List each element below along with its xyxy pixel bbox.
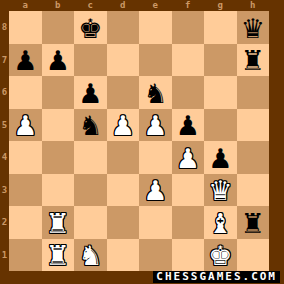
black-king: ♚ xyxy=(78,15,102,42)
square-d1[interactable] xyxy=(107,239,140,272)
file-label-c: c xyxy=(74,0,107,11)
square-f2[interactable] xyxy=(172,206,205,239)
file-label-f: f xyxy=(172,0,205,11)
square-a1[interactable] xyxy=(9,239,42,272)
square-e4[interactable] xyxy=(139,141,172,174)
black-pawn: ♟ xyxy=(46,47,70,74)
square-g6[interactable] xyxy=(204,76,237,109)
square-a5[interactable]: ♟ xyxy=(9,109,42,142)
square-e1[interactable] xyxy=(139,239,172,272)
square-h1[interactable] xyxy=(237,239,270,272)
square-c6[interactable]: ♟ xyxy=(74,76,107,109)
square-d5[interactable]: ♟ xyxy=(107,109,140,142)
square-b1[interactable]: ♜ xyxy=(42,239,75,272)
square-f5[interactable]: ♟ xyxy=(172,109,205,142)
square-h8[interactable]: ♛ xyxy=(237,11,270,44)
square-g1[interactable]: ♚ xyxy=(204,239,237,272)
white-pawn: ♟ xyxy=(143,177,167,204)
square-f7[interactable] xyxy=(172,44,205,77)
square-c4[interactable] xyxy=(74,141,107,174)
square-b6[interactable] xyxy=(42,76,75,109)
white-knight: ♞ xyxy=(78,242,102,269)
square-f1[interactable] xyxy=(172,239,205,272)
square-h3[interactable] xyxy=(237,174,270,207)
square-f8[interactable] xyxy=(172,11,205,44)
white-pawn: ♟ xyxy=(111,112,135,139)
square-d6[interactable] xyxy=(107,76,140,109)
square-e5[interactable]: ♟ xyxy=(139,109,172,142)
square-e8[interactable] xyxy=(139,11,172,44)
square-h4[interactable] xyxy=(237,141,270,174)
rank-label-5: 5 xyxy=(0,109,9,142)
square-g5[interactable] xyxy=(204,109,237,142)
square-f3[interactable] xyxy=(172,174,205,207)
square-d4[interactable] xyxy=(107,141,140,174)
square-h6[interactable] xyxy=(237,76,270,109)
black-pawn: ♟ xyxy=(208,145,232,172)
square-c5[interactable]: ♞ xyxy=(74,109,107,142)
white-pawn: ♟ xyxy=(176,145,200,172)
rank-label-3: 3 xyxy=(0,174,9,207)
white-king: ♚ xyxy=(208,242,232,269)
rank-label-6: 6 xyxy=(0,76,9,109)
square-h7[interactable]: ♜ xyxy=(237,44,270,77)
square-e6[interactable]: ♞ xyxy=(139,76,172,109)
black-pawn: ♟ xyxy=(78,80,102,107)
square-b3[interactable] xyxy=(42,174,75,207)
square-a8[interactable] xyxy=(9,11,42,44)
white-bishop: ♝ xyxy=(208,210,232,237)
square-g2[interactable]: ♝ xyxy=(204,206,237,239)
file-label-h: h xyxy=(237,0,270,11)
square-c7[interactable] xyxy=(74,44,107,77)
square-d2[interactable] xyxy=(107,206,140,239)
black-rook: ♜ xyxy=(241,210,265,237)
square-h2[interactable]: ♜ xyxy=(237,206,270,239)
square-c3[interactable] xyxy=(74,174,107,207)
square-d3[interactable] xyxy=(107,174,140,207)
file-label-a: a xyxy=(9,0,42,11)
square-g8[interactable] xyxy=(204,11,237,44)
square-e2[interactable] xyxy=(139,206,172,239)
square-f6[interactable] xyxy=(172,76,205,109)
square-g3[interactable]: ♛ xyxy=(204,174,237,207)
file-label-d: d xyxy=(107,0,140,11)
white-queen: ♛ xyxy=(208,177,232,204)
rank-label-7: 7 xyxy=(0,44,9,77)
white-rook: ♜ xyxy=(46,210,70,237)
square-d8[interactable] xyxy=(107,11,140,44)
square-b8[interactable] xyxy=(42,11,75,44)
square-d7[interactable] xyxy=(107,44,140,77)
square-g7[interactable] xyxy=(204,44,237,77)
chess-board: ♚♛♟♟♜♟♞♟♞♟♟♟♟♟♟♛♜♝♜♜♞♚ xyxy=(9,11,269,271)
square-a7[interactable]: ♟ xyxy=(9,44,42,77)
square-a4[interactable] xyxy=(9,141,42,174)
black-pawn: ♟ xyxy=(176,112,200,139)
rank-labels: 87654321 xyxy=(0,11,9,271)
square-h5[interactable] xyxy=(237,109,270,142)
black-knight: ♞ xyxy=(78,112,102,139)
black-knight: ♞ xyxy=(143,80,167,107)
black-pawn: ♟ xyxy=(13,47,37,74)
square-c2[interactable] xyxy=(74,206,107,239)
rank-label-1: 1 xyxy=(0,239,9,272)
square-e3[interactable]: ♟ xyxy=(139,174,172,207)
chess-board-frame: abcdefgh 87654321 ♚♛♟♟♜♟♞♟♞♟♟♟♟♟♟♛♜♝♜♜♞♚… xyxy=(0,0,284,284)
square-c1[interactable]: ♞ xyxy=(74,239,107,272)
file-label-e: e xyxy=(139,0,172,11)
square-a3[interactable] xyxy=(9,174,42,207)
square-f4[interactable]: ♟ xyxy=(172,141,205,174)
square-a6[interactable] xyxy=(9,76,42,109)
rank-label-2: 2 xyxy=(0,206,9,239)
black-rook: ♜ xyxy=(241,47,265,74)
rank-label-8: 8 xyxy=(0,11,9,44)
square-e7[interactable] xyxy=(139,44,172,77)
square-b5[interactable] xyxy=(42,109,75,142)
square-b2[interactable]: ♜ xyxy=(42,206,75,239)
white-pawn: ♟ xyxy=(13,112,37,139)
square-g4[interactable]: ♟ xyxy=(204,141,237,174)
square-b7[interactable]: ♟ xyxy=(42,44,75,77)
chessgames-watermark: CHESSGAMES.COM xyxy=(153,271,280,283)
file-label-b: b xyxy=(42,0,75,11)
file-labels: abcdefgh xyxy=(9,0,269,11)
square-a2[interactable] xyxy=(9,206,42,239)
square-c8[interactable]: ♚ xyxy=(74,11,107,44)
rank-label-4: 4 xyxy=(0,141,9,174)
white-pawn: ♟ xyxy=(143,112,167,139)
file-label-g: g xyxy=(204,0,237,11)
white-rook: ♜ xyxy=(46,242,70,269)
square-b4[interactable] xyxy=(42,141,75,174)
black-queen: ♛ xyxy=(241,15,265,42)
